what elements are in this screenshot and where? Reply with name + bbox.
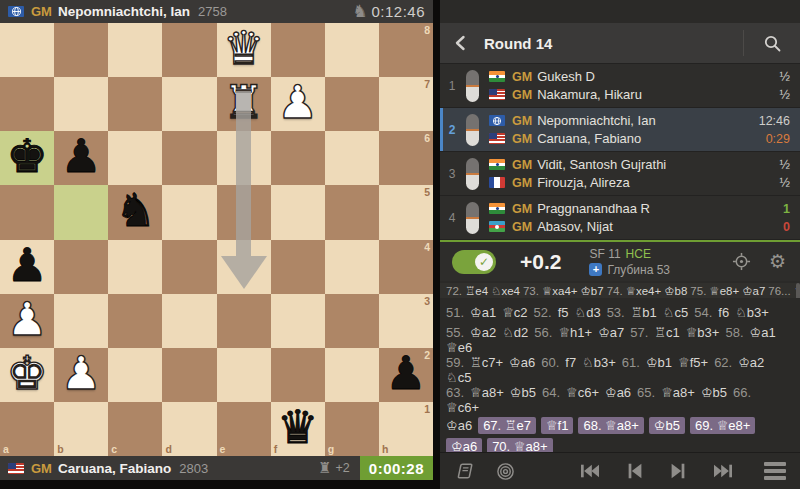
in-flag-icon bbox=[489, 71, 505, 82]
notes-icon[interactable] bbox=[456, 462, 476, 481]
move[interactable]: ♔a6 bbox=[446, 438, 482, 452]
square-a1[interactable]: a bbox=[0, 402, 54, 456]
search-button[interactable] bbox=[744, 34, 800, 53]
rank-label-2: 2 bbox=[424, 349, 430, 361]
pv-move[interactable]: ♘xe4 bbox=[491, 284, 520, 298]
move-row: 59.♖c7+♔a660.f7♘b3+61.♔b1♕f5+62.♔a2♘c5 bbox=[446, 355, 794, 385]
square-b4[interactable] bbox=[54, 240, 108, 294]
engine-pv-line[interactable]: 72.♖e4♘xe473.♕xa4+♔b774.♕xe4+♔b875.♕e8+♔… bbox=[440, 283, 800, 298]
board-pane: GM Nepomniachtchi, Ian 2758 ♞ 0:12:46 ♛8… bbox=[0, 0, 433, 480]
move-number: 52. bbox=[534, 305, 552, 320]
player-title: GM bbox=[512, 220, 532, 234]
move[interactable]: ♘d2 bbox=[502, 325, 528, 340]
player-name: Caruana, Fabiano bbox=[537, 131, 641, 146]
square-f8[interactable] bbox=[271, 23, 325, 77]
square-g5[interactable] bbox=[325, 185, 379, 239]
game-row-3[interactable]: 3GMVidit, Santosh GujrathiGMFirouzja, Al… bbox=[440, 152, 800, 196]
square-g2[interactable] bbox=[325, 348, 379, 402]
move[interactable]: ♕c2 bbox=[502, 305, 527, 320]
square-c6[interactable] bbox=[108, 131, 162, 185]
square-a4[interactable]: ♟ bbox=[0, 240, 54, 294]
player-name: Abasov, Nijat bbox=[537, 219, 613, 234]
bottom-toolbar bbox=[440, 452, 800, 489]
round-title: Round 14 bbox=[484, 35, 743, 52]
square-b1[interactable]: b bbox=[54, 402, 108, 456]
move[interactable]: ♘d3 bbox=[575, 305, 601, 320]
square-c1[interactable]: c bbox=[108, 402, 162, 456]
move[interactable]: ♖c7+ bbox=[470, 355, 503, 370]
black-piece-c5[interactable]: ♞ bbox=[115, 187, 156, 233]
pv-move[interactable]: 74. bbox=[607, 285, 623, 297]
engine-name: SF 11 bbox=[589, 247, 620, 261]
step-back-button[interactable] bbox=[625, 461, 645, 481]
bottom-player-clock: 0:00:28 bbox=[360, 456, 433, 480]
square-e4[interactable] bbox=[217, 240, 271, 294]
move[interactable]: ♕h1+ bbox=[558, 325, 592, 340]
move[interactable]: ♕b3+ bbox=[686, 325, 720, 340]
move-number: 58. bbox=[725, 325, 743, 340]
square-d2[interactable] bbox=[162, 348, 216, 402]
move-number: 55. bbox=[446, 325, 464, 340]
move[interactable]: ♘b3+ bbox=[735, 305, 769, 320]
az-flag-icon bbox=[489, 221, 505, 232]
rank-label-4: 4 bbox=[424, 241, 430, 253]
square-d5[interactable] bbox=[162, 185, 216, 239]
board-pill-icon bbox=[466, 158, 479, 190]
white-piece-b2[interactable]: ♟ bbox=[61, 350, 102, 396]
square-f6[interactable] bbox=[271, 131, 325, 185]
square-a3[interactable]: ♟ bbox=[0, 294, 54, 348]
file-label-c: c bbox=[111, 443, 117, 455]
move-number: 51. bbox=[446, 305, 464, 320]
game-row-1[interactable]: 1GMGukesh DGMNakamura, Hikaru½½ bbox=[440, 64, 800, 108]
move-number: 64. bbox=[542, 385, 560, 400]
move[interactable]: ♕e6 bbox=[446, 340, 472, 355]
move-number: 56. bbox=[534, 325, 552, 340]
move[interactable]: 68. ♕a8+ bbox=[578, 417, 643, 434]
player-title: GM bbox=[512, 88, 532, 102]
bottom-player-name: Caruana, Fabiano bbox=[58, 461, 171, 476]
engine-depth: Глубина 53 bbox=[607, 263, 670, 277]
rank-label-8: 8 bbox=[424, 24, 430, 36]
file-label-e: e bbox=[220, 443, 226, 455]
square-e8[interactable]: ♛ bbox=[217, 23, 271, 77]
white-piece-f7[interactable]: ♟ bbox=[277, 79, 318, 125]
top-player-name: Nepomniachtchi, Ian bbox=[58, 4, 190, 19]
square-c3[interactable] bbox=[108, 294, 162, 348]
square-g3[interactable] bbox=[325, 294, 379, 348]
square-b6[interactable]: ♟ bbox=[54, 131, 108, 185]
square-a6[interactable]: ♚ bbox=[0, 131, 54, 185]
square-g1[interactable]: g bbox=[325, 402, 379, 456]
move[interactable]: ♔a6 bbox=[605, 385, 631, 400]
move-number: 65. bbox=[637, 385, 655, 400]
square-g8[interactable] bbox=[325, 23, 379, 77]
square-f1[interactable]: ♛f bbox=[271, 402, 325, 456]
pv-move[interactable]: 73. bbox=[523, 285, 539, 297]
player-name: Nepomniachtchi, Ian bbox=[537, 113, 656, 128]
top-player-rating: 2758 bbox=[198, 4, 227, 19]
move[interactable]: ♘c5 bbox=[446, 370, 471, 385]
square-e2[interactable] bbox=[217, 348, 271, 402]
pv-move[interactable]: 76... bbox=[768, 285, 790, 297]
move[interactable]: ♔b5 bbox=[510, 385, 536, 400]
player-name: Gukesh D bbox=[537, 69, 595, 84]
square-b7[interactable] bbox=[54, 77, 108, 131]
pv-move[interactable]: ♕xe4+ bbox=[626, 284, 662, 298]
player-title: GM bbox=[512, 132, 532, 146]
white-piece-a2[interactable]: ♚ bbox=[6, 350, 47, 396]
in-flag-icon bbox=[489, 203, 505, 214]
pv-move[interactable]: ♔b8 bbox=[664, 284, 687, 298]
chess-broadcast-app: GM Nepomniachtchi, Ian 2758 ♞ 0:12:46 ♛8… bbox=[0, 0, 800, 489]
square-b8[interactable] bbox=[54, 23, 108, 77]
game-row-4[interactable]: 4GMPraggnanandhaa RGMAbasov, Nijat10 bbox=[440, 196, 800, 240]
back-button[interactable] bbox=[452, 34, 470, 52]
game-number: 4 bbox=[440, 211, 464, 225]
square-e7[interactable]: ♜ bbox=[217, 77, 271, 131]
move[interactable]: ♘b3+ bbox=[582, 355, 616, 370]
square-h7[interactable]: 7 bbox=[379, 77, 433, 131]
player-title: GM bbox=[512, 114, 532, 128]
square-h1[interactable]: h1 bbox=[379, 402, 433, 456]
rank-label-6: 6 bbox=[424, 132, 430, 144]
pv-move[interactable]: 72. bbox=[446, 285, 462, 297]
gear-icon[interactable]: ⚙ bbox=[769, 252, 786, 271]
file-label-f: f bbox=[274, 443, 278, 455]
move[interactable]: ♕f1 bbox=[541, 417, 574, 434]
move[interactable]: ♖c1 bbox=[654, 325, 679, 340]
square-h4[interactable]: 4 bbox=[379, 240, 433, 294]
square-g4[interactable] bbox=[325, 240, 379, 294]
square-c7[interactable] bbox=[108, 77, 162, 131]
skip-to-end-button[interactable] bbox=[712, 462, 734, 480]
square-c5[interactable]: ♞ bbox=[108, 185, 162, 239]
square-h3[interactable]: 3 bbox=[379, 294, 433, 348]
square-h6[interactable]: 6 bbox=[379, 131, 433, 185]
square-b2[interactable]: ♟ bbox=[54, 348, 108, 402]
player-name: Nakamura, Hikaru bbox=[537, 87, 642, 102]
move[interactable]: ♘c5 bbox=[663, 305, 688, 320]
move[interactable]: f6 bbox=[718, 305, 729, 320]
player-name: Praggnanandhaa R bbox=[537, 201, 650, 216]
move-number: 62. bbox=[714, 355, 732, 370]
square-d7[interactable] bbox=[162, 77, 216, 131]
pv-move[interactable]: ♕xa4+ bbox=[542, 284, 578, 298]
black-piece-h2[interactable]: ♟ bbox=[385, 350, 426, 396]
square-a8[interactable] bbox=[0, 23, 54, 77]
file-label-h: h bbox=[382, 443, 388, 455]
move[interactable]: ♔b1 bbox=[646, 355, 672, 370]
move-number: 59. bbox=[446, 355, 464, 370]
file-label-a: a bbox=[3, 443, 9, 455]
player-score: 0:29 bbox=[766, 131, 790, 146]
record-icon[interactable] bbox=[496, 462, 515, 481]
move-number: 66. bbox=[733, 385, 751, 400]
game-number: 1 bbox=[440, 79, 464, 93]
us-flag-icon bbox=[489, 89, 505, 100]
square-g6[interactable] bbox=[325, 131, 379, 185]
square-c4[interactable] bbox=[108, 240, 162, 294]
square-a2[interactable]: ♚ bbox=[0, 348, 54, 402]
player-name: Vidit, Santosh Gujrathi bbox=[537, 157, 666, 172]
fide-flag-icon bbox=[489, 115, 505, 126]
pv-move[interactable]: ♔a7 bbox=[742, 284, 765, 298]
file-label-g: g bbox=[328, 443, 334, 455]
file-label-d: d bbox=[165, 443, 171, 455]
move-number: 60. bbox=[541, 355, 559, 370]
panel-header: Round 14 bbox=[440, 23, 800, 64]
move-row: 63.♕a8+♔b564.♕c6+♔a665.♕a8+♔b566.♕c6+ bbox=[446, 385, 794, 415]
move[interactable]: ♔b5 bbox=[701, 385, 727, 400]
move[interactable]: ♔a1 bbox=[470, 305, 496, 320]
fr-flag-icon bbox=[489, 177, 505, 188]
move[interactable]: ♖b1 bbox=[631, 305, 657, 320]
pv-move[interactable]: ♔b7 bbox=[581, 284, 604, 298]
rank-label-3: 3 bbox=[424, 295, 430, 307]
black-piece-a6[interactable]: ♚ bbox=[6, 133, 47, 179]
black-piece-a4[interactable]: ♟ bbox=[6, 242, 47, 288]
step-forward-button[interactable] bbox=[668, 461, 688, 481]
bottom-player-bar: GM Caruana, Fabiano 2803 ♜ +2 0:00:28 bbox=[0, 456, 433, 480]
square-f7[interactable]: ♟ bbox=[271, 77, 325, 131]
move[interactable]: ♔a1 bbox=[750, 325, 776, 340]
locate-icon[interactable] bbox=[732, 252, 751, 271]
move-number: 63. bbox=[446, 385, 464, 400]
move[interactable]: ♕a8+ bbox=[661, 385, 695, 400]
square-d1[interactable]: d bbox=[162, 402, 216, 456]
game-number: 2 bbox=[440, 123, 464, 137]
move[interactable]: ♕a8+ bbox=[470, 385, 504, 400]
move-list: 51.♔a1♕c252.f5♘d353.♖b1♘c554.f6♘b3+55.♔a… bbox=[440, 298, 800, 452]
games-list: 1GMGukesh DGMNakamura, Hikaru½½2GMNepomn… bbox=[440, 64, 800, 240]
move[interactable]: 69. ♕e8+ bbox=[690, 417, 755, 434]
player-score: 0 bbox=[783, 219, 790, 234]
fide-flag-icon bbox=[8, 6, 24, 17]
square-d4[interactable] bbox=[162, 240, 216, 294]
move-row: 51.♔a1♕c252.f5♘d353.♖b1♘c554.f6♘b3+ bbox=[446, 300, 794, 325]
top-player-clock: 0:12:46 bbox=[371, 3, 425, 20]
player-score: 1 bbox=[783, 201, 790, 216]
player-name: Firouzja, Alireza bbox=[537, 175, 629, 190]
bottom-player-rating: 2803 bbox=[179, 461, 208, 476]
square-d3[interactable] bbox=[162, 294, 216, 348]
player-score: ½ bbox=[780, 87, 790, 102]
bottom-player-title: GM bbox=[31, 461, 52, 476]
move[interactable]: ♔a6 bbox=[446, 418, 472, 433]
square-f4[interactable] bbox=[271, 240, 325, 294]
square-h2[interactable]: ♟2 bbox=[379, 348, 433, 402]
square-e5[interactable] bbox=[217, 185, 271, 239]
square-b5[interactable] bbox=[54, 185, 108, 239]
us-flag-icon bbox=[489, 133, 505, 144]
white-piece-e8[interactable]: ♛ bbox=[223, 25, 264, 71]
white-piece-a3[interactable]: ♟ bbox=[6, 296, 47, 342]
move-number: 61. bbox=[622, 355, 640, 370]
black-piece-f1[interactable]: ♛ bbox=[277, 404, 318, 450]
square-a5[interactable] bbox=[0, 185, 54, 239]
move-number: 53. bbox=[607, 305, 625, 320]
knight-icon: ♞ bbox=[352, 3, 367, 20]
square-d6[interactable] bbox=[162, 131, 216, 185]
square-h5[interactable]: 5 bbox=[379, 185, 433, 239]
move[interactable]: ♔b5 bbox=[649, 417, 685, 434]
broadcast-panel: Round 14 1GMGukesh DGMNakamura, Hikaru½½… bbox=[440, 0, 800, 489]
square-c2[interactable] bbox=[108, 348, 162, 402]
board-pill-icon bbox=[466, 202, 479, 234]
white-piece-e7[interactable]: ♜ bbox=[223, 79, 264, 125]
move[interactable]: 70. ♕a8+ bbox=[487, 438, 552, 452]
player-score: ½ bbox=[780, 175, 790, 190]
move[interactable]: ♕c6+ bbox=[446, 400, 479, 415]
move[interactable]: 67. ♖e7 bbox=[478, 417, 536, 434]
square-b3[interactable] bbox=[54, 294, 108, 348]
menu-icon[interactable] bbox=[764, 462, 786, 480]
move[interactable]: ♔a2 bbox=[738, 355, 764, 370]
move[interactable]: ♕f5+ bbox=[678, 355, 708, 370]
player-title: GM bbox=[512, 176, 532, 190]
pv-move[interactable]: ♖e4 bbox=[465, 284, 488, 298]
square-e1[interactable]: e bbox=[217, 402, 271, 456]
square-f2[interactable] bbox=[271, 348, 325, 402]
move[interactable]: ♔a7 bbox=[598, 325, 624, 340]
square-a7[interactable] bbox=[0, 77, 54, 131]
move[interactable]: ♔a6 bbox=[509, 355, 535, 370]
player-title: GM bbox=[512, 158, 532, 172]
square-e3[interactable] bbox=[217, 294, 271, 348]
square-c8[interactable] bbox=[108, 23, 162, 77]
engine-eval: +0.2 bbox=[520, 250, 561, 274]
square-f5[interactable] bbox=[271, 185, 325, 239]
player-score: 12:46 bbox=[759, 113, 790, 128]
square-e6[interactable] bbox=[217, 131, 271, 185]
engine-info: SF 11HCE +Глубина 53 bbox=[589, 247, 670, 277]
pv-move[interactable]: ♕e8+ bbox=[709, 284, 739, 298]
player-score: ½ bbox=[780, 157, 790, 172]
move[interactable]: ♕c6+ bbox=[566, 385, 599, 400]
engine-bar: ✓ +0.2 SF 11HCE +Глубина 53 ⚙ bbox=[440, 240, 800, 281]
move[interactable]: f5 bbox=[558, 305, 569, 320]
material-score: +2 bbox=[336, 461, 350, 475]
us-flag-icon bbox=[8, 463, 24, 474]
move-row: ♔a667. ♖e7♕f168. ♕a8+♔b569. ♕e8+♔a670. ♕… bbox=[446, 415, 794, 452]
top-player-title: GM bbox=[31, 4, 52, 19]
rank-label-7: 7 bbox=[424, 78, 430, 90]
square-d8[interactable] bbox=[162, 23, 216, 77]
move-number: 57. bbox=[630, 325, 648, 340]
rank-label-5: 5 bbox=[424, 186, 430, 198]
plus-icon[interactable]: + bbox=[589, 263, 602, 276]
player-score: ½ bbox=[780, 69, 790, 84]
black-piece-b6[interactable]: ♟ bbox=[61, 133, 102, 179]
game-row-2[interactable]: 2GMNepomniachtchi, IanGMCaruana, Fabiano… bbox=[440, 108, 800, 152]
player-title: GM bbox=[512, 202, 532, 216]
board-pill-icon bbox=[466, 114, 479, 146]
move[interactable]: f7 bbox=[565, 355, 576, 370]
engine-eval-type: HCE bbox=[626, 247, 651, 261]
pv-move[interactable]: 75. bbox=[690, 285, 706, 297]
board-pill-icon bbox=[466, 70, 479, 102]
square-g7[interactable] bbox=[325, 77, 379, 131]
move-number: 54. bbox=[694, 305, 712, 320]
top-player-bar: GM Nepomniachtchi, Ian 2758 ♞ 0:12:46 bbox=[0, 0, 433, 23]
in-flag-icon bbox=[489, 159, 505, 170]
rook-icon: ♜ bbox=[318, 461, 331, 476]
engine-toggle[interactable]: ✓ bbox=[452, 250, 496, 274]
file-label-b: b bbox=[57, 443, 63, 455]
move-row: 55.♔a2♘d256.♕h1+♔a757.♖c1♕b3+58.♔a1♕e6 bbox=[446, 325, 794, 355]
square-h8[interactable]: 8 bbox=[379, 23, 433, 77]
rank-label-1: 1 bbox=[424, 403, 430, 415]
move[interactable]: ♔a2 bbox=[470, 325, 496, 340]
skip-to-start-button[interactable] bbox=[579, 462, 601, 480]
game-number: 3 bbox=[440, 167, 464, 181]
player-title: GM bbox=[512, 70, 532, 84]
square-f3[interactable] bbox=[271, 294, 325, 348]
chess-board[interactable]: ♛8♜♟7♚♟6♞5♟4♟3♚♟♟2abcde♛fgh1 bbox=[0, 23, 433, 456]
